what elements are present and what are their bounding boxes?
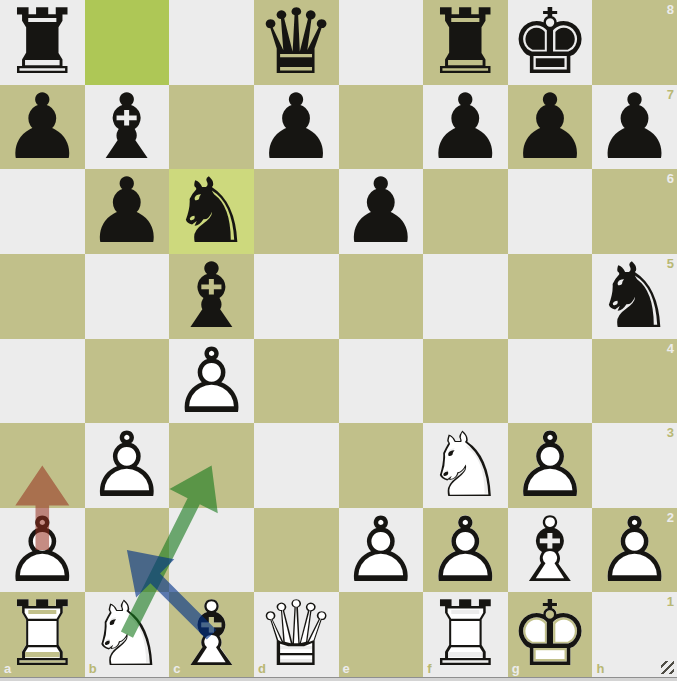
piece-glyph: ♛	[254, 0, 339, 85]
coord-file-d: d	[258, 662, 266, 675]
square-f1[interactable]: ♜♖f	[423, 592, 508, 677]
square-a1[interactable]: ♜♖a	[0, 592, 85, 677]
square-c2[interactable]	[169, 508, 254, 593]
piece-white-pawn[interactable]: ♟♙	[508, 423, 593, 508]
square-c4[interactable]: ♟♙	[169, 339, 254, 424]
square-f3[interactable]: ♞♘	[423, 423, 508, 508]
square-a2[interactable]: ♟♙	[0, 508, 85, 593]
coord-file-f: f	[427, 662, 431, 675]
square-d1[interactable]: ♛♕d	[254, 592, 339, 677]
piece-glyph: ♟	[508, 85, 593, 170]
piece-outline-glyph: ♘	[85, 592, 170, 677]
square-g3[interactable]: ♟♙	[508, 423, 593, 508]
piece-black-pawn[interactable]: ♟	[254, 85, 339, 170]
square-e2[interactable]: ♟♙	[339, 508, 424, 593]
square-d2[interactable]	[254, 508, 339, 593]
piece-white-bishop[interactable]: ♝♗	[169, 592, 254, 677]
square-f8[interactable]: ♜	[423, 0, 508, 85]
piece-black-rook[interactable]: ♜	[423, 0, 508, 85]
piece-black-pawn[interactable]: ♟	[0, 85, 85, 170]
piece-black-knight[interactable]: ♞	[169, 169, 254, 254]
piece-outline-glyph: ♗	[169, 592, 254, 677]
coord-file-a: a	[4, 662, 11, 675]
square-a6[interactable]	[0, 169, 85, 254]
piece-outline-glyph: ♕	[254, 592, 339, 677]
coord-rank-6: 6	[667, 172, 674, 185]
square-a5[interactable]	[0, 254, 85, 339]
coord-file-b: b	[89, 662, 97, 675]
coord-rank-8: 8	[667, 3, 674, 16]
square-h5[interactable]: ♞5	[592, 254, 677, 339]
square-e6[interactable]: ♟	[339, 169, 424, 254]
square-c7[interactable]	[169, 85, 254, 170]
piece-black-pawn[interactable]: ♟	[592, 85, 677, 170]
square-d5[interactable]	[254, 254, 339, 339]
square-c6[interactable]: ♞	[169, 169, 254, 254]
square-h4[interactable]: 4	[592, 339, 677, 424]
piece-white-pawn[interactable]: ♟♙	[169, 339, 254, 424]
square-c1[interactable]: ♝♗c	[169, 592, 254, 677]
piece-black-rook[interactable]: ♜	[0, 0, 85, 85]
square-g1[interactable]: ♚♔g	[508, 592, 593, 677]
square-c5[interactable]: ♝	[169, 254, 254, 339]
piece-white-knight[interactable]: ♞♘	[423, 423, 508, 508]
square-b8[interactable]	[85, 0, 170, 85]
square-f7[interactable]: ♟	[423, 85, 508, 170]
square-d4[interactable]	[254, 339, 339, 424]
square-b1[interactable]: ♞♘b	[85, 592, 170, 677]
square-d8[interactable]: ♛	[254, 0, 339, 85]
square-b2[interactable]	[85, 508, 170, 593]
square-f2[interactable]: ♟♙	[423, 508, 508, 593]
piece-outline-glyph: ♘	[423, 423, 508, 508]
square-g5[interactable]	[508, 254, 593, 339]
piece-white-pawn[interactable]: ♟♙	[0, 508, 85, 593]
piece-glyph: ♟	[423, 85, 508, 170]
square-h6[interactable]: 6	[592, 169, 677, 254]
coord-file-h: h	[596, 662, 604, 675]
square-b7[interactable]: ♝	[85, 85, 170, 170]
square-g6[interactable]	[508, 169, 593, 254]
square-e3[interactable]	[339, 423, 424, 508]
piece-black-king[interactable]: ♚	[508, 0, 593, 85]
coord-rank-7: 7	[667, 88, 674, 101]
coord-rank-4: 4	[667, 342, 674, 355]
piece-outline-glyph: ♙	[85, 423, 170, 508]
coord-rank-5: 5	[667, 257, 674, 270]
square-a4[interactable]	[0, 339, 85, 424]
coord-file-g: g	[512, 662, 520, 675]
square-g7[interactable]: ♟	[508, 85, 593, 170]
piece-white-queen[interactable]: ♛♕	[254, 592, 339, 677]
piece-glyph: ♞	[169, 169, 254, 254]
piece-outline-glyph: ♙	[508, 423, 593, 508]
chess-board[interactable]: ♜♛♜♚8♟♝♟♟♟♟7♟♞♟6♝♞5♟♙4♟♙♞♘♟♙3♟♙♟♙♟♙♝♗♟♙2…	[0, 0, 677, 677]
coord-file-e: e	[343, 662, 350, 675]
piece-glyph: ♝	[169, 254, 254, 339]
square-b4[interactable]	[85, 339, 170, 424]
piece-glyph: ♞	[592, 254, 677, 339]
square-e1[interactable]: e	[339, 592, 424, 677]
coord-rank-1: 1	[667, 595, 674, 608]
square-e8[interactable]	[339, 0, 424, 85]
square-a8[interactable]: ♜	[0, 0, 85, 85]
piece-outline-glyph: ♙	[169, 339, 254, 424]
square-g2[interactable]: ♝♗	[508, 508, 593, 593]
square-a3[interactable]	[0, 423, 85, 508]
piece-glyph: ♟	[85, 169, 170, 254]
piece-white-pawn[interactable]: ♟♙	[339, 508, 424, 593]
square-h8[interactable]: 8	[592, 0, 677, 85]
piece-black-queen[interactable]: ♛	[254, 0, 339, 85]
piece-black-bishop[interactable]: ♝	[85, 85, 170, 170]
piece-white-pawn[interactable]: ♟♙	[423, 508, 508, 593]
piece-outline-glyph: ♙	[423, 508, 508, 593]
coord-rank-3: 3	[667, 426, 674, 439]
piece-outline-glyph: ♙	[592, 508, 677, 593]
piece-outline-glyph: ♔	[508, 592, 593, 677]
piece-glyph: ♟	[592, 85, 677, 170]
piece-white-king[interactable]: ♚♔	[508, 592, 593, 677]
piece-glyph: ♜	[423, 0, 508, 85]
board-resize-handle-icon[interactable]	[661, 661, 674, 674]
square-d7[interactable]: ♟	[254, 85, 339, 170]
square-b5[interactable]	[85, 254, 170, 339]
square-a7[interactable]: ♟	[0, 85, 85, 170]
piece-glyph: ♟	[254, 85, 339, 170]
piece-black-bishop[interactable]: ♝	[169, 254, 254, 339]
piece-white-pawn[interactable]: ♟♙	[85, 423, 170, 508]
square-c3[interactable]	[169, 423, 254, 508]
piece-outline-glyph: ♖	[0, 592, 85, 677]
coord-file-c: c	[173, 662, 180, 675]
square-g8[interactable]: ♚	[508, 0, 593, 85]
square-h7[interactable]: ♟7	[592, 85, 677, 170]
square-d6[interactable]	[254, 169, 339, 254]
piece-white-rook[interactable]: ♜♖	[0, 592, 85, 677]
piece-white-rook[interactable]: ♜♖	[423, 592, 508, 677]
piece-outline-glyph: ♖	[423, 592, 508, 677]
piece-glyph: ♚	[508, 0, 593, 85]
square-h2[interactable]: ♟♙2	[592, 508, 677, 593]
square-e5[interactable]	[339, 254, 424, 339]
square-h3[interactable]: 3	[592, 423, 677, 508]
piece-outline-glyph: ♙	[339, 508, 424, 593]
square-b3[interactable]: ♟♙	[85, 423, 170, 508]
piece-black-pawn[interactable]: ♟	[508, 85, 593, 170]
square-b6[interactable]: ♟	[85, 169, 170, 254]
piece-glyph: ♜	[0, 0, 85, 85]
square-e4[interactable]	[339, 339, 424, 424]
square-d3[interactable]	[254, 423, 339, 508]
piece-white-pawn[interactable]: ♟♙	[592, 508, 677, 593]
square-f6[interactable]	[423, 169, 508, 254]
square-e7[interactable]	[339, 85, 424, 170]
piece-glyph: ♟	[0, 85, 85, 170]
piece-glyph: ♝	[85, 85, 170, 170]
square-g4[interactable]	[508, 339, 593, 424]
piece-black-pawn[interactable]: ♟	[423, 85, 508, 170]
piece-white-bishop[interactable]: ♝♗	[508, 508, 593, 593]
piece-white-knight[interactable]: ♞♘	[85, 592, 170, 677]
piece-outline-glyph: ♗	[508, 508, 593, 593]
square-f4[interactable]	[423, 339, 508, 424]
piece-glyph: ♟	[339, 169, 424, 254]
piece-black-pawn[interactable]: ♟	[85, 169, 170, 254]
piece-black-pawn[interactable]: ♟	[339, 169, 424, 254]
chess-board-wrap: ♜♛♜♚8♟♝♟♟♟♟7♟♞♟6♝♞5♟♙4♟♙♞♘♟♙3♟♙♟♙♟♙♝♗♟♙2…	[0, 0, 677, 677]
piece-outline-glyph: ♙	[0, 508, 85, 593]
piece-black-knight[interactable]: ♞	[592, 254, 677, 339]
square-c8[interactable]	[169, 0, 254, 85]
coord-rank-2: 2	[667, 511, 674, 524]
square-f5[interactable]	[423, 254, 508, 339]
